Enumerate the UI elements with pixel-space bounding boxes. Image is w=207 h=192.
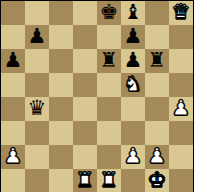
- piece-white-pawn[interactable]: ♟: [148, 145, 167, 168]
- piece-black-rook[interactable]: ♜: [148, 49, 167, 72]
- square-e3[interactable]: [97, 121, 121, 145]
- square-b8[interactable]: [25, 1, 49, 25]
- square-c7[interactable]: [49, 25, 73, 49]
- piece-black-pawn[interactable]: ♟: [124, 25, 143, 48]
- piece-black-pawn[interactable]: ♟: [28, 25, 47, 48]
- square-f8[interactable]: ♝: [121, 1, 145, 25]
- square-d2[interactable]: [73, 145, 97, 169]
- square-e4[interactable]: [97, 97, 121, 121]
- square-a2[interactable]: ♟: [1, 145, 25, 169]
- square-h6[interactable]: [169, 49, 193, 73]
- square-d5[interactable]: [73, 73, 97, 97]
- square-a3[interactable]: [1, 121, 25, 145]
- square-h7[interactable]: [169, 25, 193, 49]
- square-b1[interactable]: [25, 169, 49, 192]
- piece-white-rook[interactable]: ♜: [100, 169, 119, 192]
- square-h1[interactable]: [169, 169, 193, 192]
- square-a4[interactable]: [1, 97, 25, 121]
- square-f5[interactable]: ♞: [121, 73, 145, 97]
- square-c3[interactable]: [49, 121, 73, 145]
- piece-white-pawn[interactable]: ♟: [4, 145, 23, 168]
- square-g6[interactable]: ♜: [145, 49, 169, 73]
- square-f2[interactable]: ♟: [121, 145, 145, 169]
- square-e5[interactable]: [97, 73, 121, 97]
- square-d6[interactable]: [73, 49, 97, 73]
- piece-white-king[interactable]: ♚: [148, 169, 167, 192]
- chess-diagram-screen: ♚♝♛♟♟♟♜♟♜♞♛♟♟♟♟♜♜♚: [0, 0, 207, 192]
- square-h5[interactable]: [169, 73, 193, 97]
- square-b7[interactable]: ♟: [25, 25, 49, 49]
- square-a8[interactable]: [1, 1, 25, 25]
- square-g2[interactable]: ♟: [145, 145, 169, 169]
- square-e8[interactable]: ♚: [97, 1, 121, 25]
- square-h4[interactable]: ♟: [169, 97, 193, 121]
- square-d8[interactable]: [73, 1, 97, 25]
- piece-white-rook[interactable]: ♜: [76, 169, 95, 192]
- piece-black-pawn[interactable]: ♟: [4, 49, 23, 72]
- piece-white-pawn[interactable]: ♟: [172, 97, 191, 120]
- square-c8[interactable]: [49, 1, 73, 25]
- piece-white-queen[interactable]: ♛: [172, 1, 191, 24]
- square-d7[interactable]: [73, 25, 97, 49]
- chess-board: ♚♝♛♟♟♟♜♟♜♞♛♟♟♟♟♜♜♚: [0, 0, 194, 192]
- square-g4[interactable]: [145, 97, 169, 121]
- square-b2[interactable]: [25, 145, 49, 169]
- square-h2[interactable]: [169, 145, 193, 169]
- piece-black-king[interactable]: ♚: [100, 1, 119, 24]
- square-g1[interactable]: ♚: [145, 169, 169, 192]
- piece-white-pawn[interactable]: ♟: [124, 145, 143, 168]
- piece-black-bishop[interactable]: ♝: [124, 1, 143, 24]
- square-b3[interactable]: [25, 121, 49, 145]
- square-g8[interactable]: [145, 1, 169, 25]
- square-d4[interactable]: [73, 97, 97, 121]
- square-g5[interactable]: [145, 73, 169, 97]
- square-b6[interactable]: [25, 49, 49, 73]
- square-c6[interactable]: [49, 49, 73, 73]
- square-e2[interactable]: [97, 145, 121, 169]
- square-e1[interactable]: ♜: [97, 169, 121, 192]
- square-a7[interactable]: [1, 25, 25, 49]
- square-f1[interactable]: [121, 169, 145, 192]
- square-f3[interactable]: [121, 121, 145, 145]
- square-a1[interactable]: [1, 169, 25, 192]
- piece-black-pawn[interactable]: ♟: [124, 49, 143, 72]
- square-c5[interactable]: [49, 73, 73, 97]
- square-d1[interactable]: ♜: [73, 169, 97, 192]
- square-d3[interactable]: [73, 121, 97, 145]
- square-c2[interactable]: [49, 145, 73, 169]
- piece-black-queen[interactable]: ♛: [28, 97, 47, 120]
- square-g3[interactable]: [145, 121, 169, 145]
- square-c4[interactable]: [49, 97, 73, 121]
- square-h8[interactable]: ♛: [169, 1, 193, 25]
- square-g7[interactable]: [145, 25, 169, 49]
- square-b5[interactable]: [25, 73, 49, 97]
- square-f4[interactable]: [121, 97, 145, 121]
- square-f7[interactable]: ♟: [121, 25, 145, 49]
- square-c1[interactable]: [49, 169, 73, 192]
- square-e6[interactable]: ♜: [97, 49, 121, 73]
- square-a5[interactable]: [1, 73, 25, 97]
- square-e7[interactable]: [97, 25, 121, 49]
- square-h3[interactable]: [169, 121, 193, 145]
- square-b4[interactable]: ♛: [25, 97, 49, 121]
- piece-white-knight[interactable]: ♞: [124, 73, 143, 96]
- piece-black-rook[interactable]: ♜: [100, 49, 119, 72]
- square-f6[interactable]: ♟: [121, 49, 145, 73]
- square-a6[interactable]: ♟: [1, 49, 25, 73]
